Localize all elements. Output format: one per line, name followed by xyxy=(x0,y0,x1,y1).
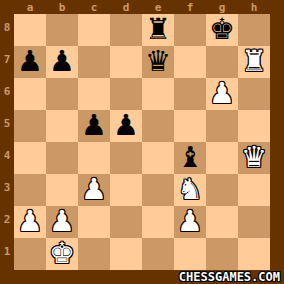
file-label-c: c xyxy=(78,0,110,14)
rank-labels: 87654321 xyxy=(0,14,14,270)
square-b8 xyxy=(46,14,78,46)
square-e1 xyxy=(142,238,174,270)
square-d4 xyxy=(110,142,142,174)
square-c2 xyxy=(78,206,110,238)
square-h4: ♛ xyxy=(238,142,270,174)
piece-white-pawn: ♟ xyxy=(14,206,46,238)
square-f4: ♝ xyxy=(174,142,206,174)
square-a5 xyxy=(14,110,46,142)
square-d7 xyxy=(110,46,142,78)
square-f3: ♞ xyxy=(174,174,206,206)
square-a3 xyxy=(14,174,46,206)
rank-label-2: 2 xyxy=(0,206,14,238)
square-e8: ♜ xyxy=(142,14,174,46)
square-a4 xyxy=(14,142,46,174)
square-g7 xyxy=(206,46,238,78)
file-label-d: d xyxy=(110,0,142,14)
piece-white-pawn: ♟ xyxy=(78,174,110,206)
square-f1 xyxy=(174,238,206,270)
square-c5: ♟ xyxy=(78,110,110,142)
square-c1 xyxy=(78,238,110,270)
square-b4 xyxy=(46,142,78,174)
square-e7: ♛ xyxy=(142,46,174,78)
square-h2 xyxy=(238,206,270,238)
square-b6 xyxy=(46,78,78,110)
piece-black-queen: ♛ xyxy=(142,46,174,78)
square-g6: ♟ xyxy=(206,78,238,110)
square-b7: ♟ xyxy=(46,46,78,78)
piece-white-pawn: ♟ xyxy=(174,206,206,238)
square-a2: ♟ xyxy=(14,206,46,238)
square-g8: ♚ xyxy=(206,14,238,46)
file-label-f: f xyxy=(174,0,206,14)
square-g2 xyxy=(206,206,238,238)
square-c7 xyxy=(78,46,110,78)
square-e4 xyxy=(142,142,174,174)
square-h6 xyxy=(238,78,270,110)
square-g3 xyxy=(206,174,238,206)
piece-black-king: ♚ xyxy=(206,14,238,46)
square-a1 xyxy=(14,238,46,270)
square-c6 xyxy=(78,78,110,110)
chess-diagram: abcdefgh 87654321 ♜♚♟♟♛♜♟♟♟♝♛♟♞♟♟♟♚ CHES… xyxy=(0,0,284,284)
square-g1 xyxy=(206,238,238,270)
square-b5 xyxy=(46,110,78,142)
square-e3 xyxy=(142,174,174,206)
piece-black-rook: ♜ xyxy=(142,14,174,46)
square-f8 xyxy=(174,14,206,46)
piece-white-pawn: ♟ xyxy=(206,78,238,110)
square-h7: ♜ xyxy=(238,46,270,78)
square-c3: ♟ xyxy=(78,174,110,206)
piece-white-king: ♚ xyxy=(46,238,78,270)
file-label-a: a xyxy=(14,0,46,14)
rank-label-3: 3 xyxy=(0,174,14,206)
piece-white-rook: ♜ xyxy=(238,46,270,78)
file-label-b: b xyxy=(46,0,78,14)
rank-label-4: 4 xyxy=(0,142,14,174)
piece-black-bishop: ♝ xyxy=(174,142,206,174)
square-d3 xyxy=(110,174,142,206)
square-a6 xyxy=(14,78,46,110)
square-f5 xyxy=(174,110,206,142)
square-b3 xyxy=(46,174,78,206)
square-d2 xyxy=(110,206,142,238)
square-d8 xyxy=(110,14,142,46)
square-c4 xyxy=(78,142,110,174)
square-f2: ♟ xyxy=(174,206,206,238)
piece-white-pawn: ♟ xyxy=(46,206,78,238)
square-c8 xyxy=(78,14,110,46)
square-d6 xyxy=(110,78,142,110)
piece-black-pawn: ♟ xyxy=(46,46,78,78)
square-h5 xyxy=(238,110,270,142)
square-a7: ♟ xyxy=(14,46,46,78)
rank-label-6: 6 xyxy=(0,78,14,110)
square-h1 xyxy=(238,238,270,270)
chess-board: ♜♚♟♟♛♜♟♟♟♝♛♟♞♟♟♟♚ xyxy=(14,14,270,270)
square-d1 xyxy=(110,238,142,270)
square-b1: ♚ xyxy=(46,238,78,270)
square-d5: ♟ xyxy=(110,110,142,142)
square-f7 xyxy=(174,46,206,78)
piece-black-pawn: ♟ xyxy=(110,110,142,142)
square-b2: ♟ xyxy=(46,206,78,238)
rank-label-8: 8 xyxy=(0,14,14,46)
square-f6 xyxy=(174,78,206,110)
piece-black-pawn: ♟ xyxy=(78,110,110,142)
square-h8 xyxy=(238,14,270,46)
file-label-h: h xyxy=(238,0,270,14)
rank-label-1: 1 xyxy=(0,238,14,270)
square-g4 xyxy=(206,142,238,174)
square-e5 xyxy=(142,110,174,142)
square-h3 xyxy=(238,174,270,206)
square-a8 xyxy=(14,14,46,46)
square-e6 xyxy=(142,78,174,110)
square-g5 xyxy=(206,110,238,142)
piece-white-queen: ♛ xyxy=(238,142,270,174)
rank-label-7: 7 xyxy=(0,46,14,78)
piece-black-pawn: ♟ xyxy=(14,46,46,78)
rank-label-5: 5 xyxy=(0,110,14,142)
site-watermark: CHESSGAMES.COM xyxy=(179,270,280,284)
square-e2 xyxy=(142,206,174,238)
piece-white-knight: ♞ xyxy=(174,174,206,206)
